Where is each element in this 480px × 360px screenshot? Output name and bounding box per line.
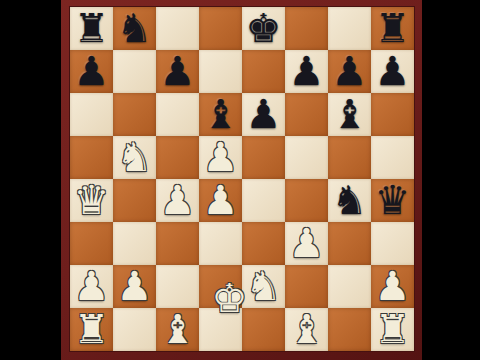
black-bishop: ♝: [199, 92, 242, 135]
square-f5: [285, 136, 328, 179]
square-f3: ♟: [285, 222, 328, 265]
square-h8: ♜: [371, 7, 414, 50]
white-queen: ♛: [70, 178, 113, 221]
black-pawn: ♟: [371, 49, 414, 92]
black-rook: ♜: [70, 6, 113, 49]
square-e7: [242, 50, 285, 93]
square-f1: ♝: [285, 308, 328, 351]
square-h4: ♛: [371, 179, 414, 222]
white-pawn: ♟: [199, 178, 242, 221]
black-pawn: ♟: [328, 49, 371, 92]
square-g1: [328, 308, 371, 351]
white-pawn: ♟: [156, 178, 199, 221]
square-d6: ♝: [199, 93, 242, 136]
white-king: ♚: [208, 276, 251, 319]
black-pawn: ♟: [285, 49, 328, 92]
letterbox-left: [0, 0, 61, 360]
square-b3: [113, 222, 156, 265]
square-h1: ♜: [371, 308, 414, 351]
square-d7: [199, 50, 242, 93]
square-a1: ♜: [70, 308, 113, 351]
square-d4: ♟: [199, 179, 242, 222]
square-c3: [156, 222, 199, 265]
square-a3: [70, 222, 113, 265]
white-bishop: ♝: [285, 307, 328, 350]
square-f6: [285, 93, 328, 136]
square-c6: [156, 93, 199, 136]
white-pawn: ♟: [113, 264, 156, 307]
white-pawn: ♟: [285, 221, 328, 264]
square-e6: ♟: [242, 93, 285, 136]
square-c1: ♝: [156, 308, 199, 351]
white-pawn: ♟: [199, 135, 242, 178]
square-a5: [70, 136, 113, 179]
square-g5: [328, 136, 371, 179]
square-d8: [199, 7, 242, 50]
square-c5: [156, 136, 199, 179]
video-frame: ♜♞♚♜♟♟♟♟♟♝♟♝♞♟♛♟♟♞♛♟♟♟♚♞♟♜♝♝♜: [0, 0, 480, 360]
square-c2: [156, 265, 199, 308]
square-g4: ♞: [328, 179, 371, 222]
black-king: ♚: [242, 6, 285, 49]
black-pawn: ♟: [70, 49, 113, 92]
square-h7: ♟: [371, 50, 414, 93]
square-d3: [199, 222, 242, 265]
black-queen: ♛: [371, 178, 414, 221]
square-d5: ♟: [199, 136, 242, 179]
square-b4: [113, 179, 156, 222]
square-b5: ♞: [113, 136, 156, 179]
letterbox-right: [422, 0, 480, 360]
square-g6: ♝: [328, 93, 371, 136]
square-g2: [328, 265, 371, 308]
square-h2: ♟: [371, 265, 414, 308]
square-e5: [242, 136, 285, 179]
black-pawn: ♟: [156, 49, 199, 92]
white-bishop: ♝: [156, 307, 199, 350]
board-frame: ♜♞♚♜♟♟♟♟♟♝♟♝♞♟♛♟♟♞♛♟♟♟♚♞♟♜♝♝♜: [61, 0, 422, 360]
square-f4: [285, 179, 328, 222]
square-g3: [328, 222, 371, 265]
black-knight: ♞: [328, 178, 371, 221]
square-c7: ♟: [156, 50, 199, 93]
black-pawn: ♟: [242, 92, 285, 135]
square-d2: ♚: [199, 265, 242, 308]
square-c8: [156, 7, 199, 50]
chess-board: ♜♞♚♜♟♟♟♟♟♝♟♝♞♟♛♟♟♞♛♟♟♟♚♞♟♜♝♝♜: [70, 7, 414, 351]
white-knight: ♞: [113, 135, 156, 178]
square-e8: ♚: [242, 7, 285, 50]
square-a6: [70, 93, 113, 136]
white-pawn: ♟: [371, 264, 414, 307]
square-f8: [285, 7, 328, 50]
square-g8: [328, 7, 371, 50]
white-rook: ♜: [70, 307, 113, 350]
square-b7: [113, 50, 156, 93]
square-b2: ♟: [113, 265, 156, 308]
square-b6: [113, 93, 156, 136]
square-b8: ♞: [113, 7, 156, 50]
square-a8: ♜: [70, 7, 113, 50]
black-bishop: ♝: [328, 92, 371, 135]
black-rook: ♜: [371, 6, 414, 49]
black-knight: ♞: [113, 6, 156, 49]
square-a2: ♟: [70, 265, 113, 308]
square-e4: [242, 179, 285, 222]
square-f2: [285, 265, 328, 308]
white-rook: ♜: [371, 307, 414, 350]
square-a4: ♛: [70, 179, 113, 222]
white-pawn: ♟: [70, 264, 113, 307]
square-b1: [113, 308, 156, 351]
square-h3: [371, 222, 414, 265]
square-a7: ♟: [70, 50, 113, 93]
square-h6: [371, 93, 414, 136]
square-e3: [242, 222, 285, 265]
square-f7: ♟: [285, 50, 328, 93]
square-h5: [371, 136, 414, 179]
square-c4: ♟: [156, 179, 199, 222]
square-g7: ♟: [328, 50, 371, 93]
